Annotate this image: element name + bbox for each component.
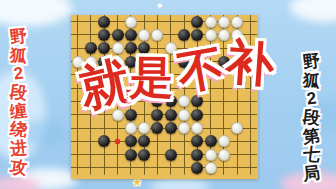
- black-stone[interactable]: [98, 29, 110, 41]
- board-cell[interactable]: [137, 135, 150, 148]
- board-cell[interactable]: [124, 121, 137, 134]
- board-cell[interactable]: [244, 148, 257, 161]
- board-cell[interactable]: [151, 148, 164, 161]
- board-cell[interactable]: [124, 161, 137, 174]
- white-stone[interactable]: [205, 16, 217, 28]
- board-cell[interactable]: [217, 95, 230, 108]
- board-cell[interactable]: [111, 148, 124, 161]
- board-cell[interactable]: [177, 121, 190, 134]
- board-cell[interactable]: [217, 15, 230, 28]
- black-stone[interactable]: [125, 109, 137, 121]
- board-cell[interactable]: [191, 135, 204, 148]
- board-cell[interactable]: [71, 15, 84, 28]
- board-cell[interactable]: [98, 15, 111, 28]
- board-cell[interactable]: [98, 135, 111, 148]
- board-cell[interactable]: [151, 108, 164, 121]
- white-stone[interactable]: [138, 29, 150, 41]
- black-stone[interactable]: [125, 135, 137, 147]
- board-cell[interactable]: [164, 161, 177, 174]
- black-stone[interactable]: [165, 149, 177, 161]
- board-cell[interactable]: [151, 28, 164, 41]
- black-stone[interactable]: [98, 16, 110, 28]
- black-stone[interactable]: [178, 29, 190, 41]
- board-cell[interactable]: [191, 15, 204, 28]
- black-stone[interactable]: [98, 135, 110, 147]
- white-stone[interactable]: [151, 29, 163, 41]
- board-cell[interactable]: [177, 135, 190, 148]
- sparkle-icon: ✦: [156, 1, 164, 11]
- black-stone[interactable]: [191, 29, 203, 41]
- board-cell[interactable]: [124, 108, 137, 121]
- board-cell[interactable]: [231, 95, 244, 108]
- board-cell[interactable]: [204, 28, 217, 41]
- board-cell[interactable]: [137, 121, 150, 134]
- board-cell[interactable]: [204, 121, 217, 134]
- white-stone[interactable]: [218, 149, 230, 161]
- black-stone[interactable]: [191, 109, 203, 121]
- board-cell[interactable]: [137, 15, 150, 28]
- main-title-char: 是: [129, 55, 174, 100]
- board-cell[interactable]: [98, 28, 111, 41]
- board-cell[interactable]: [151, 135, 164, 148]
- white-stone[interactable]: [178, 122, 190, 134]
- board-cell[interactable]: [177, 161, 190, 174]
- board-cell[interactable]: [204, 108, 217, 121]
- board-cell[interactable]: [164, 121, 177, 134]
- board-cell[interactable]: [111, 161, 124, 174]
- thumbnail-stage: ✦ ✦ ★ ★ 就是不补 野狐2段缠绕进攻 野狐2段第七局: [0, 0, 336, 189]
- board-cell[interactable]: [217, 161, 230, 174]
- white-stone[interactable]: [231, 16, 243, 28]
- board-cell[interactable]: [71, 135, 84, 148]
- board-cell[interactable]: [137, 161, 150, 174]
- left-caption: 野狐2段缠绕进攻: [10, 28, 27, 178]
- board-cell[interactable]: [98, 161, 111, 174]
- black-stone[interactable]: [191, 135, 203, 147]
- board-cell[interactable]: [164, 28, 177, 41]
- board-cell[interactable]: [137, 148, 150, 161]
- board-cell[interactable]: [164, 108, 177, 121]
- board-cell[interactable]: [204, 135, 217, 148]
- white-stone[interactable]: [205, 149, 217, 161]
- board-cell[interactable]: [217, 108, 230, 121]
- board-cell[interactable]: [177, 15, 190, 28]
- board-cell[interactable]: [231, 135, 244, 148]
- black-stone[interactable]: [191, 162, 203, 174]
- white-stone[interactable]: [191, 122, 203, 134]
- board-cell[interactable]: [98, 148, 111, 161]
- black-stone[interactable]: [191, 16, 203, 28]
- right-caption: 野狐2段第七局: [303, 53, 320, 184]
- white-stone[interactable]: [125, 122, 137, 134]
- black-stone[interactable]: [151, 122, 163, 134]
- board-cell[interactable]: [84, 148, 97, 161]
- board-cell[interactable]: [84, 121, 97, 134]
- board-cell[interactable]: [177, 148, 190, 161]
- cloud-top-left: [0, 0, 72, 26]
- black-stone[interactable]: [138, 149, 150, 161]
- board-cell[interactable]: [217, 135, 230, 148]
- board-cell[interactable]: [244, 121, 257, 134]
- board-cell[interactable]: [111, 135, 124, 148]
- board-cell[interactable]: [151, 121, 164, 134]
- black-stone[interactable]: [165, 122, 177, 134]
- board-cell[interactable]: [177, 28, 190, 41]
- white-stone[interactable]: [178, 109, 190, 121]
- board-cell[interactable]: [204, 15, 217, 28]
- board-cell[interactable]: [71, 161, 84, 174]
- board-cell[interactable]: [177, 108, 190, 121]
- board-cell[interactable]: [111, 15, 124, 28]
- black-stone[interactable]: [191, 149, 203, 161]
- cloud-bottom-center: [150, 178, 210, 189]
- board-cell[interactable]: [71, 28, 84, 41]
- board-cell[interactable]: [191, 148, 204, 161]
- white-stone[interactable]: [218, 135, 230, 147]
- board-cell[interactable]: [151, 161, 164, 174]
- board-cell[interactable]: [244, 108, 257, 121]
- black-stone[interactable]: [125, 29, 137, 41]
- cloud-top-right: [290, 0, 336, 22]
- board-cell[interactable]: [137, 28, 150, 41]
- board-cell[interactable]: [217, 121, 230, 134]
- board-cell[interactable]: [231, 108, 244, 121]
- board-cell[interactable]: [244, 95, 257, 108]
- board-cell[interactable]: [204, 95, 217, 108]
- black-stone[interactable]: [112, 29, 124, 41]
- board-cell[interactable]: [191, 28, 204, 41]
- board-cell[interactable]: [244, 161, 257, 174]
- board-cell[interactable]: [124, 15, 137, 28]
- board-cell[interactable]: [244, 135, 257, 148]
- main-title-char: 补: [224, 38, 275, 89]
- board-cell[interactable]: [84, 15, 97, 28]
- board-cell[interactable]: [164, 15, 177, 28]
- black-stone[interactable]: [165, 109, 177, 121]
- board-cell[interactable]: [124, 28, 137, 41]
- board-cell[interactable]: [98, 121, 111, 134]
- white-stone[interactable]: [125, 16, 137, 28]
- white-stone[interactable]: [218, 16, 230, 28]
- main-title-char: 不: [174, 43, 227, 96]
- white-stone[interactable]: [138, 122, 150, 134]
- white-stone[interactable]: [231, 122, 243, 134]
- board-cell[interactable]: [191, 161, 204, 174]
- board-cell[interactable]: [204, 148, 217, 161]
- board-cell[interactable]: [111, 28, 124, 41]
- board-cell[interactable]: [137, 108, 150, 121]
- main-title-char: 就: [75, 55, 135, 115]
- board-cell[interactable]: [84, 28, 97, 41]
- board-cell[interactable]: [124, 148, 137, 161]
- board-cell[interactable]: [124, 135, 137, 148]
- board-cell[interactable]: [71, 42, 84, 55]
- black-stone[interactable]: [205, 135, 217, 147]
- black-stone[interactable]: [151, 109, 163, 121]
- board-cell[interactable]: [164, 148, 177, 161]
- black-stone[interactable]: [125, 149, 137, 161]
- left-caption-char: 攻: [9, 158, 28, 179]
- board-cell[interactable]: [71, 148, 84, 161]
- board-cell[interactable]: [204, 161, 217, 174]
- board-cell[interactable]: [231, 148, 244, 161]
- board-cell[interactable]: [244, 15, 257, 28]
- last-move-marker: [115, 139, 120, 144]
- black-stone[interactable]: [138, 135, 150, 147]
- white-stone[interactable]: [205, 162, 217, 174]
- board-cell[interactable]: [84, 135, 97, 148]
- white-stone[interactable]: [205, 29, 217, 41]
- board-cell[interactable]: [217, 148, 230, 161]
- board-cell[interactable]: [164, 135, 177, 148]
- board-cell[interactable]: [71, 121, 84, 134]
- right-caption-char: 局: [302, 164, 321, 185]
- board-cell[interactable]: [191, 121, 204, 134]
- board-cell[interactable]: [71, 108, 84, 121]
- board-cell[interactable]: [231, 161, 244, 174]
- board-cell[interactable]: [191, 108, 204, 121]
- board-cell[interactable]: [231, 121, 244, 134]
- board-cell[interactable]: [111, 121, 124, 134]
- board-cell[interactable]: [84, 161, 97, 174]
- board-cell[interactable]: [151, 15, 164, 28]
- board-cell[interactable]: [231, 15, 244, 28]
